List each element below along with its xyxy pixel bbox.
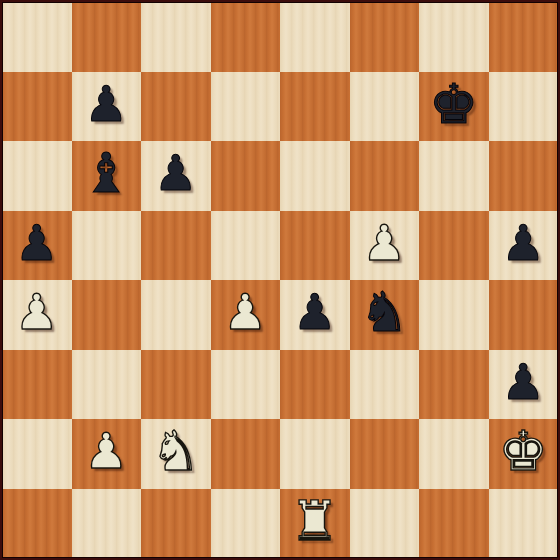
square-a8[interactable] [2,2,72,72]
square-g3[interactable] [419,350,489,420]
square-g7[interactable]: ♚ [419,72,489,142]
square-g1[interactable] [419,489,489,559]
square-d3[interactable] [211,350,281,420]
square-d4[interactable]: ♟ [211,280,281,350]
chess-board-frame: ♟♚♝♟♟♟♟♟♟♟♞♟♟♞♚♜ [0,0,560,560]
square-f4[interactable]: ♞ [350,280,420,350]
square-g5[interactable] [419,211,489,281]
square-b6[interactable]: ♝ [72,141,142,211]
square-a2[interactable] [2,419,72,489]
square-b8[interactable] [72,2,142,72]
square-h1[interactable] [489,489,559,559]
white-pawn-piece[interactable]: ♟ [15,288,59,337]
square-f2[interactable] [350,419,420,489]
square-f8[interactable] [350,2,420,72]
white-pawn-piece[interactable]: ♟ [362,219,406,268]
square-a3[interactable] [2,350,72,420]
black-pawn-piece[interactable]: ♟ [501,219,545,268]
square-d6[interactable] [211,141,281,211]
square-b7[interactable]: ♟ [72,72,142,142]
black-pawn-piece[interactable]: ♟ [154,149,198,198]
black-pawn-piece[interactable]: ♟ [501,358,545,407]
square-g2[interactable] [419,419,489,489]
black-pawn-piece[interactable]: ♟ [15,219,59,268]
square-e5[interactable] [280,211,350,281]
white-knight-piece[interactable]: ♞ [151,424,200,479]
square-b2[interactable]: ♟ [72,419,142,489]
square-f5[interactable]: ♟ [350,211,420,281]
square-h2[interactable]: ♚ [489,419,559,489]
square-h3[interactable]: ♟ [489,350,559,420]
square-e6[interactable] [280,141,350,211]
black-bishop-piece[interactable]: ♝ [82,146,131,201]
square-a4[interactable]: ♟ [2,280,72,350]
square-a7[interactable] [2,72,72,142]
square-a6[interactable] [2,141,72,211]
square-c7[interactable] [141,72,211,142]
black-knight-piece[interactable]: ♞ [360,285,409,340]
square-c6[interactable]: ♟ [141,141,211,211]
white-king-piece[interactable]: ♚ [499,424,548,479]
square-g8[interactable] [419,2,489,72]
square-b3[interactable] [72,350,142,420]
square-g4[interactable] [419,280,489,350]
square-c4[interactable] [141,280,211,350]
square-h8[interactable] [489,2,559,72]
square-d5[interactable] [211,211,281,281]
square-e7[interactable] [280,72,350,142]
square-e3[interactable] [280,350,350,420]
black-pawn-piece[interactable]: ♟ [293,288,337,337]
square-b4[interactable] [72,280,142,350]
square-h4[interactable] [489,280,559,350]
square-h5[interactable]: ♟ [489,211,559,281]
square-f7[interactable] [350,72,420,142]
black-king-piece[interactable]: ♚ [429,77,478,132]
square-f3[interactable] [350,350,420,420]
square-c2[interactable]: ♞ [141,419,211,489]
white-rook-piece[interactable]: ♜ [290,494,339,549]
square-d2[interactable] [211,419,281,489]
square-d1[interactable] [211,489,281,559]
square-e2[interactable] [280,419,350,489]
square-g6[interactable] [419,141,489,211]
square-c1[interactable] [141,489,211,559]
square-a1[interactable] [2,489,72,559]
square-c3[interactable] [141,350,211,420]
square-f6[interactable] [350,141,420,211]
square-b1[interactable] [72,489,142,559]
square-a5[interactable]: ♟ [2,211,72,281]
square-b5[interactable] [72,211,142,281]
square-e4[interactable]: ♟ [280,280,350,350]
square-h6[interactable] [489,141,559,211]
chess-board: ♟♚♝♟♟♟♟♟♟♟♞♟♟♞♚♜ [2,2,558,558]
square-h7[interactable] [489,72,559,142]
square-e8[interactable] [280,2,350,72]
square-f1[interactable] [350,489,420,559]
square-d8[interactable] [211,2,281,72]
square-e1[interactable]: ♜ [280,489,350,559]
black-pawn-piece[interactable]: ♟ [84,80,128,129]
square-c8[interactable] [141,2,211,72]
white-pawn-piece[interactable]: ♟ [223,288,267,337]
square-c5[interactable] [141,211,211,281]
white-pawn-piece[interactable]: ♟ [84,427,128,476]
square-d7[interactable] [211,72,281,142]
